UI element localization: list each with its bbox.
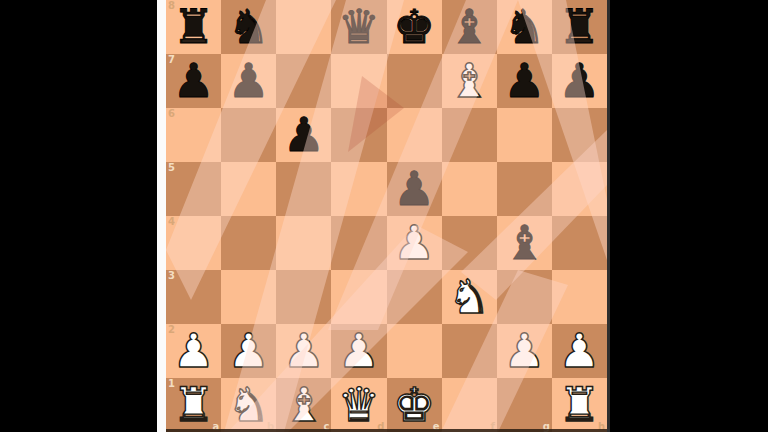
square-h7[interactable]: ♟ [552, 54, 607, 108]
square-b2[interactable]: ♟ [221, 324, 276, 378]
right-border-edge [607, 0, 610, 432]
square-h2[interactable]: ♟ [552, 324, 607, 378]
square-f7[interactable]: ♝ [442, 54, 497, 108]
piece-black-pawn-h7[interactable]: ♟ [552, 54, 607, 108]
piece-white-knight-f3[interactable]: ♞ [442, 270, 497, 324]
square-h8[interactable]: ♜ [552, 0, 607, 54]
square-d8[interactable]: ♛ [331, 0, 386, 54]
square-d2[interactable]: ♟ [331, 324, 386, 378]
square-a2[interactable]: 2♟ [166, 324, 221, 378]
piece-black-pawn-e5[interactable]: ♟ [387, 162, 442, 216]
square-a6[interactable]: 6 [166, 108, 221, 162]
piece-white-pawn-b2[interactable]: ♟ [221, 324, 276, 378]
square-f3[interactable]: ♞ [442, 270, 497, 324]
square-e2[interactable] [387, 324, 442, 378]
piece-white-rook-h1[interactable]: ♜ [552, 378, 607, 432]
square-e4[interactable]: ♟ [387, 216, 442, 270]
square-d3[interactable] [331, 270, 386, 324]
piece-black-pawn-g7[interactable]: ♟ [497, 54, 552, 108]
rank-label-3: 3 [168, 270, 175, 281]
square-g4[interactable]: ♝ [497, 216, 552, 270]
piece-black-knight-b8[interactable]: ♞ [221, 0, 276, 54]
square-e8[interactable]: ♚ [387, 0, 442, 54]
piece-black-pawn-b7[interactable]: ♟ [221, 54, 276, 108]
square-b4[interactable] [221, 216, 276, 270]
square-e6[interactable] [387, 108, 442, 162]
square-g5[interactable] [497, 162, 552, 216]
square-a5[interactable]: 5 [166, 162, 221, 216]
piece-white-pawn-g2[interactable]: ♟ [497, 324, 552, 378]
piece-white-queen-d1[interactable]: ♛ [331, 378, 386, 432]
square-f8[interactable]: ♝ [442, 0, 497, 54]
square-f4[interactable] [442, 216, 497, 270]
square-b7[interactable]: ♟ [221, 54, 276, 108]
square-d6[interactable] [331, 108, 386, 162]
square-g2[interactable]: ♟ [497, 324, 552, 378]
square-c5[interactable] [276, 162, 331, 216]
square-c1[interactable]: c♝ [276, 378, 331, 432]
square-b3[interactable] [221, 270, 276, 324]
square-c2[interactable]: ♟ [276, 324, 331, 378]
piece-white-pawn-c2[interactable]: ♟ [276, 324, 331, 378]
piece-white-pawn-a2[interactable]: ♟ [166, 324, 221, 378]
square-e7[interactable] [387, 54, 442, 108]
square-d1[interactable]: d♛ [331, 378, 386, 432]
rank-label-6: 6 [168, 108, 175, 119]
left-border-strip [157, 0, 166, 432]
chessboard: 8♜♞♛♚♝♞♜7♟♟♝♟♟6♟5♟4♟♝3♞2♟♟♟♟♟♟1a♜b♞c♝d♛e… [166, 0, 607, 432]
piece-black-knight-g8[interactable]: ♞ [497, 0, 552, 54]
square-g7[interactable]: ♟ [497, 54, 552, 108]
square-h6[interactable] [552, 108, 607, 162]
square-e5[interactable]: ♟ [387, 162, 442, 216]
piece-black-bishop-g4[interactable]: ♝ [497, 216, 552, 270]
square-c6[interactable]: ♟ [276, 108, 331, 162]
square-a4[interactable]: 4 [166, 216, 221, 270]
square-b8[interactable]: ♞ [221, 0, 276, 54]
square-f5[interactable] [442, 162, 497, 216]
square-c4[interactable] [276, 216, 331, 270]
piece-black-bishop-f8[interactable]: ♝ [442, 0, 497, 54]
square-b1[interactable]: b♞ [221, 378, 276, 432]
square-f2[interactable] [442, 324, 497, 378]
square-f6[interactable] [442, 108, 497, 162]
square-e3[interactable] [387, 270, 442, 324]
square-g8[interactable]: ♞ [497, 0, 552, 54]
square-f1[interactable]: f [442, 378, 497, 432]
square-d7[interactable] [331, 54, 386, 108]
piece-black-king-e8[interactable]: ♚ [387, 0, 442, 54]
piece-white-knight-b1[interactable]: ♞ [221, 378, 276, 432]
square-e1[interactable]: e♚ [387, 378, 442, 432]
square-h5[interactable] [552, 162, 607, 216]
square-c3[interactable] [276, 270, 331, 324]
piece-white-bishop-f7[interactable]: ♝ [442, 54, 497, 108]
piece-black-pawn-c6[interactable]: ♟ [276, 108, 331, 162]
piece-white-rook-a1[interactable]: ♜ [166, 378, 221, 432]
app-window: 8♜♞♛♚♝♞♜7♟♟♝♟♟6♟5♟4♟♝3♞2♟♟♟♟♟♟1a♜b♞c♝d♛e… [0, 0, 768, 432]
piece-white-king-e1[interactable]: ♚ [387, 378, 442, 432]
square-b6[interactable] [221, 108, 276, 162]
piece-black-pawn-a7[interactable]: ♟ [166, 54, 221, 108]
square-h4[interactable] [552, 216, 607, 270]
piece-white-pawn-e4[interactable]: ♟ [387, 216, 442, 270]
square-a7[interactable]: 7♟ [166, 54, 221, 108]
square-a8[interactable]: 8♜ [166, 0, 221, 54]
square-c8[interactable] [276, 0, 331, 54]
square-a1[interactable]: 1a♜ [166, 378, 221, 432]
piece-black-queen-d8[interactable]: ♛ [331, 0, 386, 54]
square-g3[interactable] [497, 270, 552, 324]
square-a3[interactable]: 3 [166, 270, 221, 324]
piece-black-rook-h8[interactable]: ♜ [552, 0, 607, 54]
square-c7[interactable] [276, 54, 331, 108]
square-b5[interactable] [221, 162, 276, 216]
square-g6[interactable] [497, 108, 552, 162]
square-g1[interactable]: g [497, 378, 552, 432]
rank-label-4: 4 [168, 216, 175, 227]
square-h1[interactable]: h♜ [552, 378, 607, 432]
piece-white-bishop-c1[interactable]: ♝ [276, 378, 331, 432]
square-h3[interactable] [552, 270, 607, 324]
rank-label-5: 5 [168, 162, 175, 173]
piece-white-pawn-h2[interactable]: ♟ [552, 324, 607, 378]
piece-black-rook-a8[interactable]: ♜ [166, 0, 221, 54]
square-d4[interactable] [331, 216, 386, 270]
piece-white-pawn-d2[interactable]: ♟ [331, 324, 386, 378]
square-d5[interactable] [331, 162, 386, 216]
